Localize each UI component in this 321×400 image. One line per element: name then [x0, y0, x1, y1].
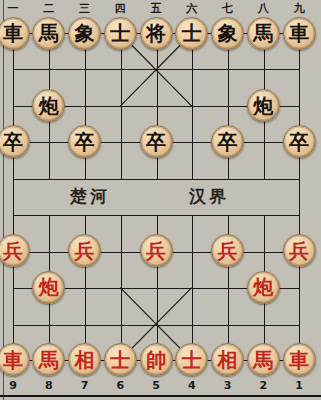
- board-grid: [13, 33, 300, 361]
- bottom-column-label: 3: [224, 379, 232, 392]
- piece-black[interactable]: 馬: [32, 17, 65, 50]
- top-column-label: 五: [151, 1, 162, 16]
- piece-red[interactable]: 相: [68, 343, 101, 376]
- piece-red[interactable]: 炮: [247, 271, 280, 304]
- piece-black[interactable]: 馬: [247, 17, 280, 50]
- piece-black[interactable]: 士: [175, 17, 208, 50]
- grid-cell: [264, 179, 300, 215]
- piece-red[interactable]: 馬: [247, 343, 280, 376]
- piece-red[interactable]: 兵: [140, 234, 173, 267]
- piece-red[interactable]: 帥: [140, 343, 173, 376]
- piece-red[interactable]: 士: [104, 343, 137, 376]
- bottom-column-label: 7: [81, 379, 89, 392]
- piece-red[interactable]: 士: [175, 343, 208, 376]
- piece-black[interactable]: 象: [68, 17, 101, 50]
- grid-cell: [157, 288, 193, 324]
- grid-cell: [121, 69, 157, 105]
- bottom-border-line: [0, 395, 321, 397]
- piece-black[interactable]: 将: [140, 17, 173, 50]
- top-column-label: 一: [8, 1, 19, 16]
- river-label-right: 汉界: [189, 185, 229, 208]
- piece-red[interactable]: 相: [211, 343, 244, 376]
- grid-cell: [121, 288, 157, 324]
- top-column-label: 七: [222, 1, 233, 16]
- grid-cell: [228, 179, 264, 215]
- top-column-label: 八: [258, 1, 269, 16]
- piece-black[interactable]: 炮: [247, 89, 280, 122]
- piece-black[interactable]: 車: [0, 17, 30, 50]
- left-border-line: [3, 0, 4, 400]
- top-column-label: 四: [115, 1, 126, 16]
- grid-cell: [85, 69, 121, 105]
- grid-cell: [13, 179, 49, 215]
- top-column-label: 二: [43, 1, 54, 16]
- piece-black[interactable]: 士: [104, 17, 137, 50]
- piece-red[interactable]: 炮: [32, 271, 65, 304]
- piece-red[interactable]: 車: [283, 343, 316, 376]
- piece-red[interactable]: 馬: [32, 343, 65, 376]
- top-column-label: 六: [186, 1, 197, 16]
- bottom-column-label: 9: [9, 379, 17, 392]
- grid-cell: [121, 179, 157, 215]
- bottom-column-label: 5: [152, 379, 160, 392]
- river-label-left: 楚河: [70, 185, 110, 208]
- grid-cell: [192, 69, 228, 105]
- bottom-column-label: 2: [259, 379, 267, 392]
- piece-red[interactable]: 車: [0, 343, 30, 376]
- piece-red[interactable]: 兵: [283, 234, 316, 267]
- grid-cell: [192, 288, 228, 324]
- bottom-column-label: 8: [45, 379, 53, 392]
- bottom-column-label: 4: [188, 379, 196, 392]
- grid-cell: [157, 69, 193, 105]
- piece-black[interactable]: 象: [211, 17, 244, 50]
- bottom-column-label: 1: [295, 379, 303, 392]
- top-column-label: 九: [294, 1, 305, 16]
- piece-black[interactable]: 卒: [283, 125, 316, 158]
- top-column-label: 三: [79, 1, 90, 16]
- piece-black[interactable]: 卒: [140, 125, 173, 158]
- piece-black[interactable]: 車: [283, 17, 316, 50]
- grid-cell: [157, 179, 193, 215]
- xiangqi-board: 楚河 汉界 一二三四五六七八九 987654321 車馬象士将士象馬車炮炮卒卒卒…: [0, 0, 321, 400]
- bottom-column-label: 6: [116, 379, 124, 392]
- grid-cell: [85, 288, 121, 324]
